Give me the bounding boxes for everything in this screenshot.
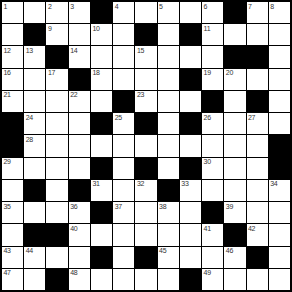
black-cell-r4c4 [69,69,90,90]
black-cell-r5c6 [113,91,134,112]
white-cell-r3c5[interactable] [91,46,112,67]
clue-number-13: 13 [26,47,33,55]
white-cell-r2c11[interactable] [224,24,245,45]
white-cell-r5c5[interactable] [91,91,112,112]
white-cell-r3c8[interactable] [158,46,179,67]
white-cell-r4c8[interactable] [158,69,179,90]
black-cell-r7c1 [2,135,23,156]
clue-number-30: 30 [204,158,211,166]
white-cell-r13c6[interactable] [113,269,134,290]
white-cell-r13c7[interactable] [135,269,156,290]
white-cell-r11c10[interactable]: 41 [202,224,223,245]
black-cell-r2c2 [24,24,45,45]
white-cell-r13c12[interactable] [247,269,268,290]
clue-number-28: 28 [26,136,33,144]
white-cell-r12c8[interactable]: 45 [158,247,179,268]
black-cell-r6c7 [135,113,156,134]
white-cell-r1c7[interactable] [135,2,156,23]
clue-number-7: 7 [248,3,252,11]
white-cell-r1c3[interactable]: 2 [46,2,67,23]
white-cell-r2c12[interactable] [247,24,268,45]
black-cell-r3c12 [247,46,268,67]
white-cell-r8c2[interactable] [24,158,45,179]
clue-number-33: 33 [181,180,188,188]
clue-number-19: 19 [204,69,211,77]
clue-number-27: 27 [248,114,255,122]
white-cell-r10c4[interactable]: 36 [69,202,90,223]
white-cell-r11c6[interactable] [113,224,134,245]
clue-number-45: 45 [159,247,166,255]
white-cell-r6c13[interactable] [269,113,290,134]
clue-number-41: 41 [204,225,211,233]
white-cell-r11c12[interactable]: 42 [247,224,268,245]
crossword-board: 1234567891011121314151617181920212223242… [0,0,292,292]
white-cell-r9c6[interactable] [113,180,134,201]
white-cell-r10c2[interactable] [24,202,45,223]
white-cell-r1c10[interactable]: 6 [202,2,223,23]
black-cell-r8c13 [269,158,290,179]
black-cell-r2c9 [180,24,201,45]
clue-number-23: 23 [137,91,144,99]
black-cell-r6c1 [2,113,23,134]
white-cell-r9c12[interactable] [247,180,268,201]
black-cell-r9c8 [158,180,179,201]
black-cell-r4c9 [180,69,201,90]
white-cell-r7c5[interactable] [91,135,112,156]
clue-number-4: 4 [115,3,119,11]
white-cell-r9c9[interactable]: 33 [180,180,201,201]
clue-number-42: 42 [248,225,255,233]
white-cell-r3c1[interactable]: 12 [2,46,23,67]
clue-number-14: 14 [70,47,77,55]
white-cell-r7c4[interactable] [69,135,90,156]
white-cell-r12c10[interactable] [202,247,223,268]
clue-number-38: 38 [159,203,166,211]
black-cell-r8c5 [91,158,112,179]
black-cell-r7c13 [269,135,290,156]
white-cell-r3c10[interactable] [202,46,223,67]
black-cell-r8c9 [180,158,201,179]
white-cell-r12c9[interactable] [180,247,201,268]
clue-number-47: 47 [4,269,11,277]
clue-number-9: 9 [48,25,52,33]
clue-number-6: 6 [204,3,208,11]
black-cell-r11c3 [46,224,67,245]
clue-number-25: 25 [115,114,122,122]
white-cell-r1c2[interactable] [24,2,45,23]
white-cell-r1c9[interactable] [180,2,201,23]
white-cell-r3c4[interactable]: 14 [69,46,90,67]
black-cell-r10c5 [91,202,112,223]
white-cell-r5c13[interactable] [269,91,290,112]
white-cell-r10c1[interactable]: 35 [2,202,23,223]
black-cell-r11c11 [224,224,245,245]
clue-number-43: 43 [4,247,11,255]
clue-number-16: 16 [4,69,11,77]
white-cell-r13c13[interactable] [269,269,290,290]
white-cell-r11c1[interactable] [2,224,23,245]
clue-number-22: 22 [70,91,77,99]
clue-number-5: 5 [159,3,163,11]
white-cell-r9c1[interactable] [2,180,23,201]
white-cell-r1c1[interactable]: 1 [2,2,23,23]
clue-number-48: 48 [70,269,77,277]
clue-number-26: 26 [204,114,211,122]
white-cell-r3c7[interactable]: 15 [135,46,156,67]
white-cell-r8c6[interactable] [113,158,134,179]
white-cell-r13c1[interactable]: 47 [2,269,23,290]
clue-number-1: 1 [4,3,8,11]
white-cell-r13c5[interactable] [91,269,112,290]
white-cell-r5c2[interactable] [24,91,45,112]
white-cell-r2c4[interactable] [69,24,90,45]
clue-number-40: 40 [70,225,77,233]
white-cell-r5c11[interactable] [224,91,245,112]
white-cell-r9c5[interactable]: 31 [91,180,112,201]
clue-number-36: 36 [70,203,77,211]
white-cell-r13c11[interactable] [224,269,245,290]
white-cell-r8c1[interactable]: 29 [2,158,23,179]
black-cell-r2c7 [135,24,156,45]
white-cell-r8c12[interactable] [247,158,268,179]
white-cell-r4c10[interactable]: 19 [202,69,223,90]
white-cell-r8c11[interactable] [224,158,245,179]
white-cell-r7c9[interactable] [180,135,201,156]
white-cell-r4c5[interactable]: 18 [91,69,112,90]
clue-number-18: 18 [92,69,99,77]
clue-number-20: 20 [226,69,233,77]
white-cell-r2c3[interactable]: 9 [46,24,67,45]
white-cell-r11c7[interactable] [135,224,156,245]
white-cell-r5c1[interactable]: 21 [2,91,23,112]
black-cell-r9c4 [69,180,90,201]
clue-number-39: 39 [226,203,233,211]
white-cell-r8c10[interactable]: 30 [202,158,223,179]
white-cell-r10c6[interactable]: 37 [113,202,134,223]
clue-number-35: 35 [4,203,11,211]
white-cell-r9c10[interactable] [202,180,223,201]
white-cell-r6c8[interactable] [158,113,179,134]
black-cell-r6c9 [180,113,201,134]
white-cell-r8c3[interactable] [46,158,67,179]
clue-number-17: 17 [48,69,55,77]
white-cell-r5c3[interactable] [46,91,67,112]
white-cell-r6c6[interactable]: 25 [113,113,134,134]
clue-number-2: 2 [48,3,52,11]
clue-number-31: 31 [92,180,99,188]
white-cell-r2c8[interactable] [158,24,179,45]
white-cell-r10c9[interactable] [180,202,201,223]
white-cell-r12c13[interactable] [269,247,290,268]
white-cell-r2c13[interactable] [269,24,290,45]
white-cell-r1c13[interactable]: 8 [269,2,290,23]
white-cell-r8c8[interactable] [158,158,179,179]
white-cell-r4c6[interactable] [113,69,134,90]
white-cell-r7c10[interactable] [202,135,223,156]
white-cell-r3c9[interactable] [180,46,201,67]
white-cell-r11c5[interactable] [91,224,112,245]
white-cell-r6c2[interactable]: 24 [24,113,45,134]
clue-number-8: 8 [270,3,274,11]
white-cell-r10c8[interactable]: 38 [158,202,179,223]
clue-number-37: 37 [115,203,122,211]
clue-number-32: 32 [137,180,144,188]
white-cell-r4c11[interactable]: 20 [224,69,245,90]
white-cell-r7c8[interactable] [158,135,179,156]
black-cell-r1c11 [224,2,245,23]
clue-number-12: 12 [4,47,11,55]
white-cell-r7c3[interactable] [46,135,67,156]
black-cell-r13c3 [46,269,67,290]
white-cell-r6c12[interactable]: 27 [247,113,268,134]
clue-number-15: 15 [137,47,144,55]
white-cell-r4c1[interactable]: 16 [2,69,23,90]
white-cell-r4c7[interactable] [135,69,156,90]
white-cell-r11c4[interactable]: 40 [69,224,90,245]
white-cell-r9c7[interactable]: 32 [135,180,156,201]
white-cell-r12c1[interactable]: 43 [2,247,23,268]
white-cell-r4c3[interactable]: 17 [46,69,67,90]
white-cell-r11c8[interactable] [158,224,179,245]
white-cell-r9c11[interactable] [224,180,245,201]
white-cell-r1c6[interactable]: 4 [113,2,134,23]
clue-number-11: 11 [204,25,211,33]
white-cell-r7c7[interactable] [135,135,156,156]
clue-number-34: 34 [270,180,277,188]
white-cell-r5c8[interactable] [158,91,179,112]
white-cell-r6c11[interactable] [224,113,245,134]
white-cell-r13c10[interactable]: 49 [202,269,223,290]
white-cell-r5c9[interactable] [180,91,201,112]
white-cell-r6c3[interactable] [46,113,67,134]
white-cell-r6c4[interactable] [69,113,90,134]
black-cell-r9c2 [24,180,45,201]
white-cell-r13c2[interactable] [24,269,45,290]
white-cell-r1c12[interactable]: 7 [247,2,268,23]
white-cell-r13c8[interactable] [158,269,179,290]
white-cell-r12c3[interactable] [46,247,67,268]
white-cell-r8c4[interactable] [69,158,90,179]
white-cell-r12c6[interactable] [113,247,134,268]
black-cell-r5c12 [247,91,268,112]
white-cell-r9c13[interactable]: 34 [269,180,290,201]
black-cell-r5c10 [202,91,223,112]
white-cell-r2c10[interactable]: 11 [202,24,223,45]
black-cell-r8c7 [135,158,156,179]
white-cell-r10c12[interactable] [247,202,268,223]
white-cell-r7c11[interactable] [224,135,245,156]
white-cell-r4c13[interactable] [269,69,290,90]
black-cell-r13c9 [180,269,201,290]
white-cell-r4c12[interactable] [247,69,268,90]
white-cell-r13c4[interactable]: 48 [69,269,90,290]
black-cell-r12c5 [91,247,112,268]
white-cell-r2c1[interactable] [2,24,23,45]
white-cell-r12c11[interactable]: 46 [224,247,245,268]
white-cell-r12c2[interactable]: 44 [24,247,45,268]
white-cell-r7c2[interactable]: 28 [24,135,45,156]
black-cell-r1c5 [91,2,112,23]
white-cell-r10c13[interactable] [269,202,290,223]
white-cell-r3c6[interactable] [113,46,134,67]
white-cell-r5c4[interactable]: 22 [69,91,90,112]
clue-number-21: 21 [4,91,11,99]
clue-number-44: 44 [26,247,33,255]
white-cell-r10c11[interactable]: 39 [224,202,245,223]
white-cell-r2c6[interactable] [113,24,134,45]
white-cell-r3c13[interactable] [269,46,290,67]
white-cell-r7c6[interactable] [113,135,134,156]
white-cell-r10c7[interactable] [135,202,156,223]
white-cell-r12c4[interactable] [69,247,90,268]
clue-number-49: 49 [204,269,211,277]
white-cell-r2c5[interactable]: 10 [91,24,112,45]
black-cell-r3c11 [224,46,245,67]
clue-number-46: 46 [226,247,233,255]
black-cell-r11c2 [24,224,45,245]
black-cell-r12c7 [135,247,156,268]
clue-number-24: 24 [26,114,33,122]
white-cell-r7c12[interactable] [247,135,268,156]
white-cell-r1c4[interactable]: 3 [69,2,90,23]
white-cell-r5c7[interactable]: 23 [135,91,156,112]
white-cell-r4c2[interactable] [24,69,45,90]
white-cell-r11c9[interactable] [180,224,201,245]
black-cell-r12c12 [247,247,268,268]
black-cell-r6c5 [91,113,112,134]
white-cell-r1c8[interactable]: 5 [158,2,179,23]
white-cell-r3c2[interactable]: 13 [24,46,45,67]
clue-number-29: 29 [4,158,11,166]
white-cell-r6c10[interactable]: 26 [202,113,223,134]
black-cell-r10c10 [202,202,223,223]
white-cell-r11c13[interactable] [269,224,290,245]
clue-number-10: 10 [92,25,99,33]
black-cell-r3c3 [46,46,67,67]
clue-number-3: 3 [70,3,74,11]
white-cell-r9c3[interactable] [46,180,67,201]
white-cell-r10c3[interactable] [46,202,67,223]
